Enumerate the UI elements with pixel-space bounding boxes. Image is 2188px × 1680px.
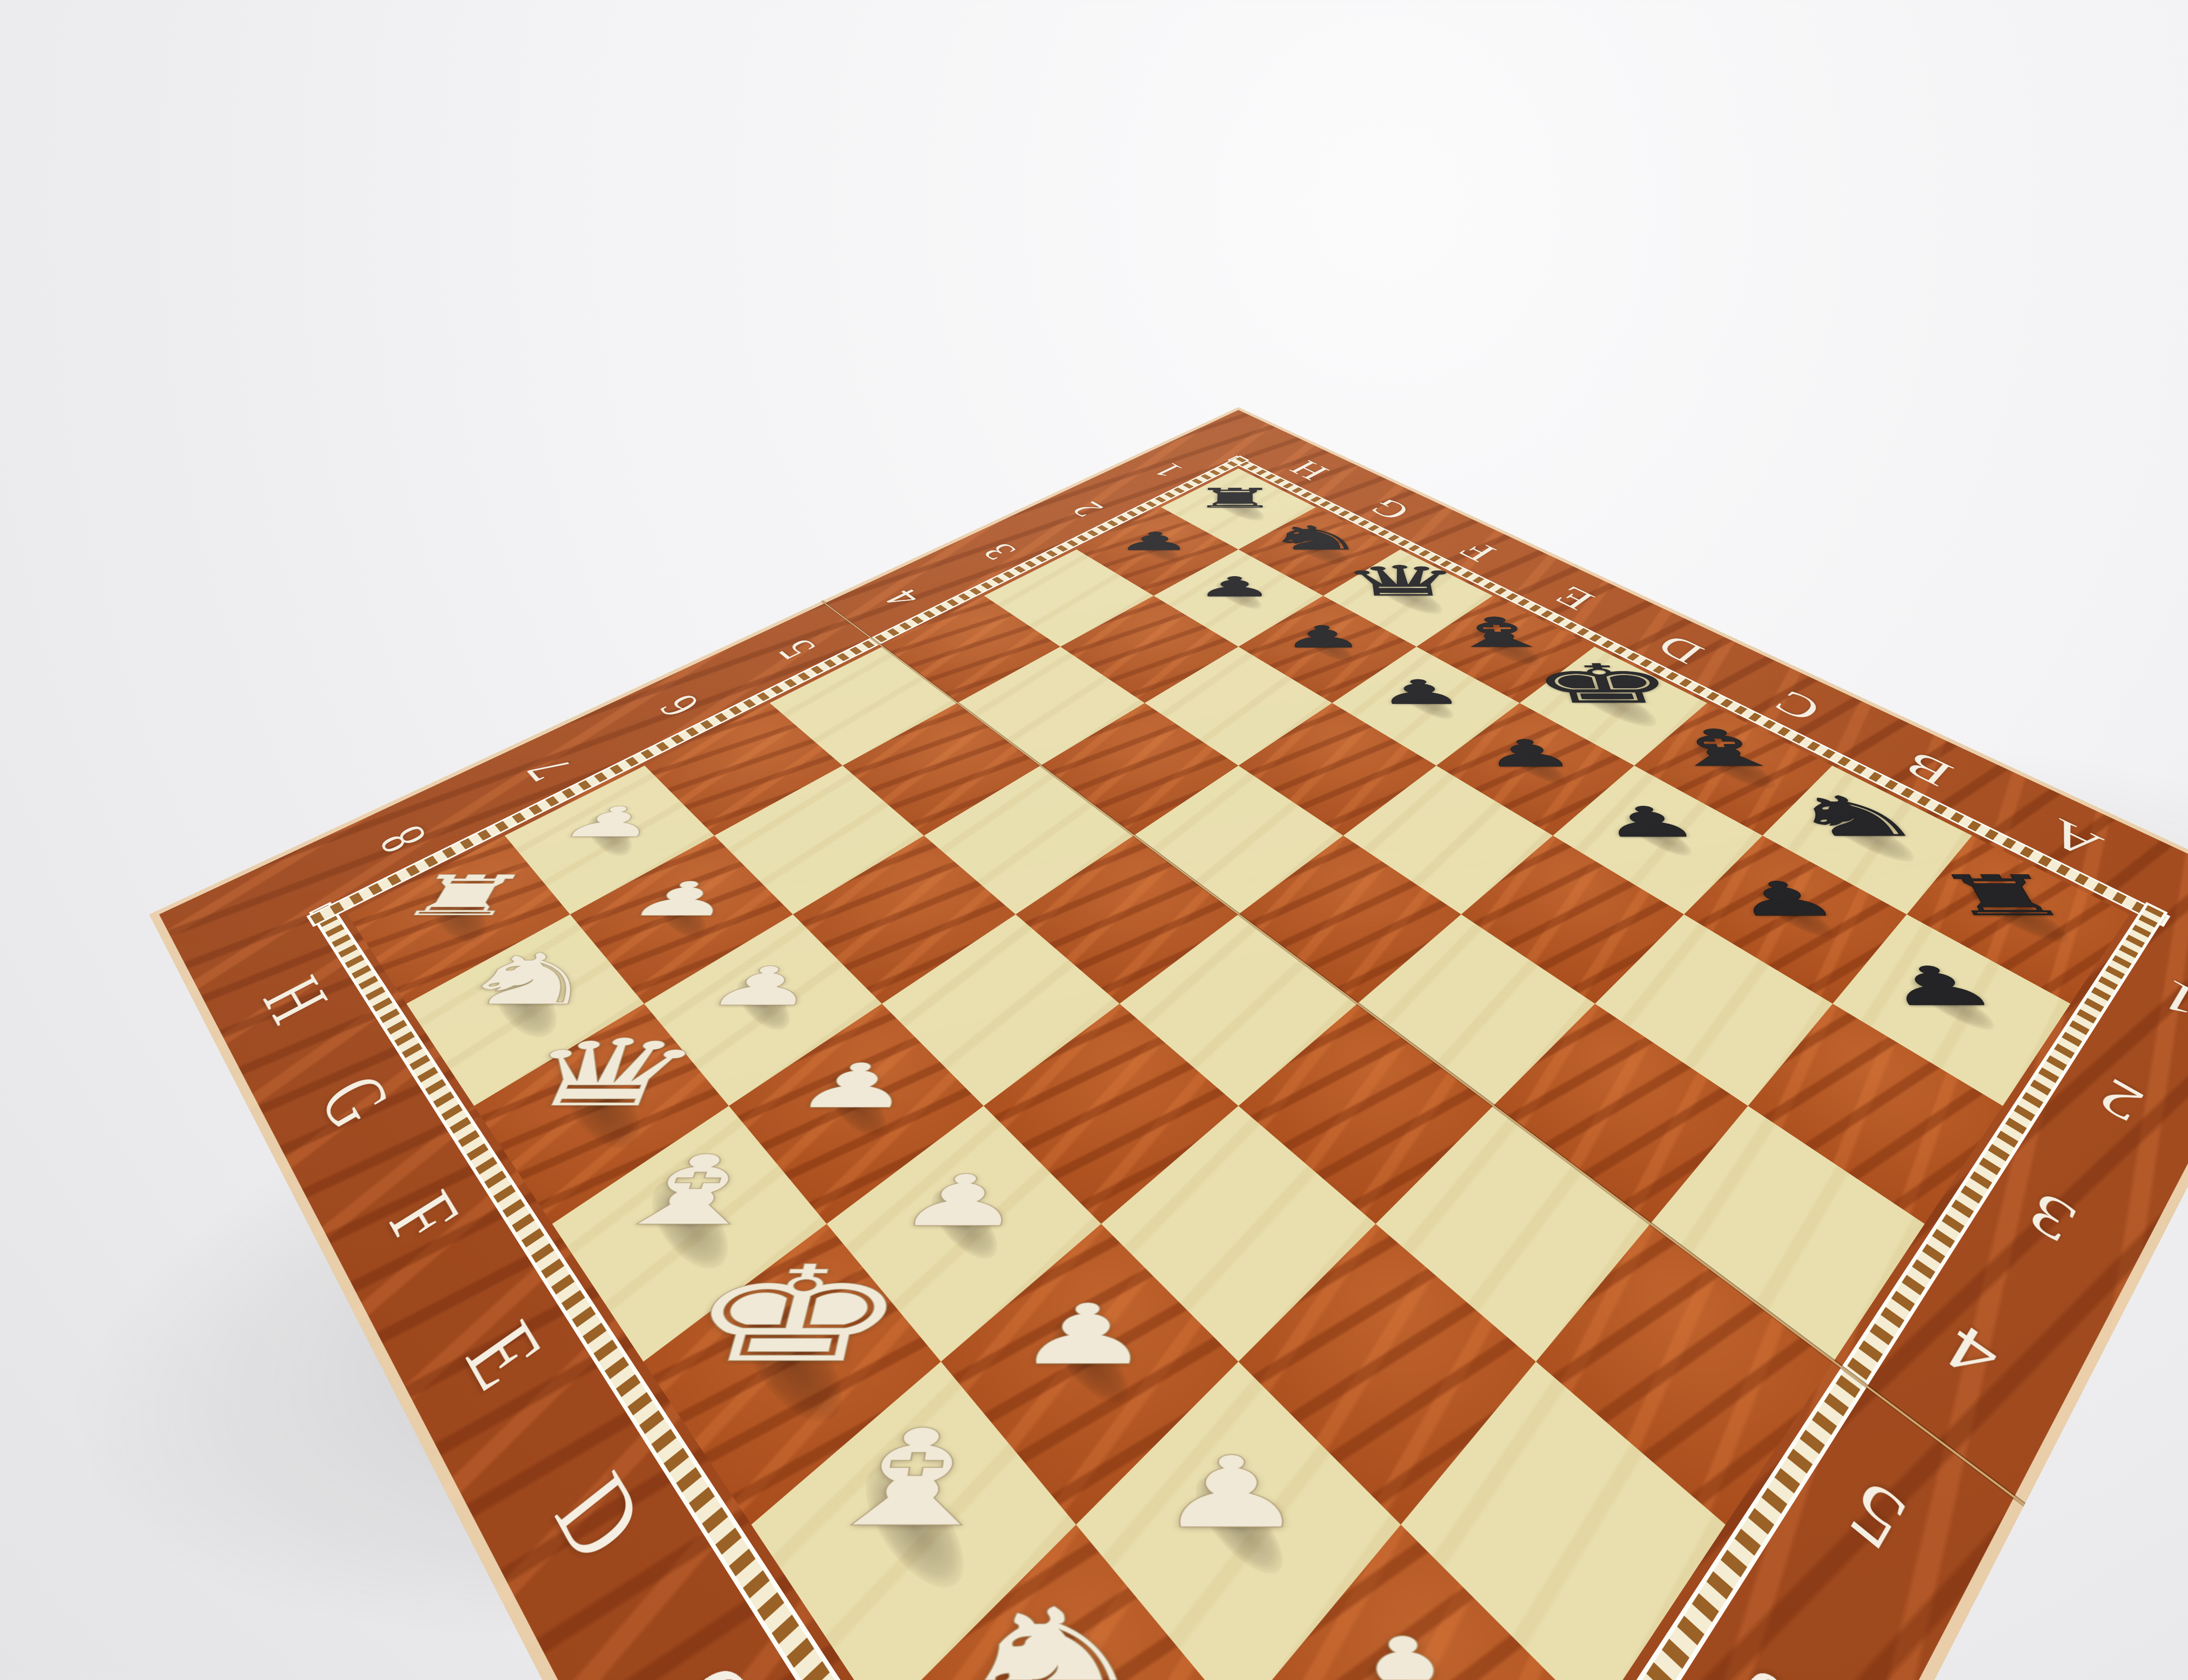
square-d7[interactable] [827,1106,1101,1362]
black-queen-glyph: ♛ [1302,564,1505,598]
rank-label-right-6: 6 [1714,1645,1812,1680]
file-label-far-E: E [1545,581,1603,616]
rank-label-right-2: 2 [2089,1067,2152,1135]
square-c5[interactable] [1238,1004,1493,1224]
square-b5[interactable] [1376,1106,1650,1362]
square-c4[interactable] [1357,914,1595,1106]
square-d6[interactable] [984,1004,1238,1224]
file-label-near-H: H [245,963,348,1037]
rank-label-left-3: 3 [972,538,1025,566]
rank-label-right-1: 1 [2151,970,2188,1029]
rank-label-left-6: 6 [646,688,712,725]
square-c7[interactable] [941,1224,1238,1524]
square-c6[interactable] [1101,1106,1375,1362]
square-d5[interactable] [1119,914,1357,1106]
black-king-glyph: ♚ [1489,662,1721,706]
chess-board: HH11GG22FF33EE44DD55CC66BB77AA88 ♜♞♝♚♝♛♞… [149,407,2188,1680]
rank-label-left-5: 5 [766,633,827,666]
squares-grid [347,469,2130,1680]
white-pawn-glyph: ♟ [479,805,740,839]
black-bishop-glyph: ♝ [1392,616,1607,649]
square-e6[interactable] [882,914,1119,1106]
file-label-near-C: C [641,1632,785,1680]
square-f7[interactable] [644,914,882,1106]
scene: HH11GG22FF33EE44DD55CC66BB77AA88 ♜♞♝♚♝♛♞… [0,0,2188,1680]
rank-label-left-1: 1 [1144,459,1191,482]
black-rook-glyph: ♜ [1862,874,2147,918]
file-label-near-E: E [443,1302,565,1410]
black-bishop-glyph: ♝ [1600,728,1847,769]
square-b4[interactable] [1493,1004,1748,1224]
file-label-near-D: D [531,1449,667,1587]
black-rook-glyph: ♜ [1143,487,1326,509]
square-b3[interactable] [1595,914,1833,1106]
rank-label-left-2: 2 [1062,497,1112,522]
rank-label-left-7: 7 [513,749,584,790]
file-label-near-F: F [368,1174,480,1263]
black-knight-glyph: ♞ [1723,794,1988,839]
square-e7[interactable] [729,1004,984,1224]
square-a5[interactable] [1536,1224,1834,1524]
playfield: ♜♞♝♚♝♛♞♜♟♟♟♟♟♟♟♟♟♟♟♟♟♟♟♟♜♞♝♚♝♛♞♜ [347,469,2130,1680]
square-b6[interactable] [1238,1224,1536,1524]
rank-label-right-5: 5 [1833,1463,1919,1572]
square-b7[interactable] [1076,1361,1401,1680]
square-a7[interactable] [1238,1525,1596,1680]
square-b8[interactable] [881,1525,1238,1680]
rank-label-left-4: 4 [874,583,931,613]
square-a2[interactable] [1833,914,2070,1106]
rank-label-right-4: 4 [1933,1309,2010,1402]
rank-label-right-3: 3 [2017,1179,2086,1257]
file-label-near-G: G [301,1059,410,1144]
